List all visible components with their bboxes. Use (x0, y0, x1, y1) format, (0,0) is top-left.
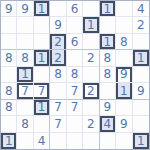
cell-r6c2[interactable]: 7 (17, 83, 33, 99)
cell-r2c1[interactable] (1, 17, 17, 33)
cell-r4c9[interactable]: 1 (133, 50, 149, 66)
cell-r7c5[interactable]: 7 (67, 100, 83, 116)
cell-r5c8[interactable]: 9 (116, 67, 132, 83)
cell-r4c5[interactable] (67, 50, 83, 66)
cell-r3c4[interactable]: 2 (50, 34, 66, 50)
cell-r4c2[interactable]: 8 (17, 50, 33, 66)
cell-r4c4[interactable]: 2 (50, 50, 66, 66)
cell-r7c8[interactable] (116, 100, 132, 116)
cell-r8c6[interactable]: 2 (83, 116, 99, 132)
cell-r6c7[interactable] (100, 83, 116, 99)
cell-r5c7[interactable]: 8 (100, 67, 116, 83)
cell-r6c8[interactable]: 1 (116, 83, 132, 99)
cell-r4c6[interactable]: 2 (83, 50, 99, 66)
cell-r1c5[interactable]: 6 (67, 1, 83, 17)
cell-r4c3[interactable]: 1 (34, 50, 50, 66)
cell-r8c2[interactable]: 8 (17, 116, 33, 132)
cell-r2c9[interactable]: 2 (133, 17, 149, 33)
cell-r3c6[interactable] (83, 34, 99, 50)
cell-r9c9[interactable]: 1 (133, 133, 149, 149)
cell-r9c3[interactable]: 4 (34, 133, 50, 149)
cell-r7c9[interactable] (133, 100, 149, 116)
cell-r5c6[interactable] (83, 67, 99, 83)
cell-r4c7[interactable]: 8 (100, 50, 116, 66)
sudoku-board: 9916149122618881228118889877721981779872… (0, 0, 150, 150)
cell-r9c6[interactable] (83, 133, 99, 149)
cell-r8c7[interactable]: 4 (100, 116, 116, 132)
cell-r1c7[interactable]: 1 (100, 1, 116, 17)
cell-r9c5[interactable] (67, 133, 83, 149)
cell-r3c5[interactable]: 6 (67, 34, 83, 50)
cell-r8c9[interactable] (133, 116, 149, 132)
cell-r7c2[interactable] (17, 100, 33, 116)
cell-r3c1[interactable] (1, 34, 17, 50)
cell-r7c1[interactable]: 8 (1, 100, 17, 116)
cell-r6c5[interactable]: 7 (67, 83, 83, 99)
cell-r6c4[interactable] (50, 83, 66, 99)
cell-r3c2[interactable] (17, 34, 33, 50)
cell-r8c1[interactable] (1, 116, 17, 132)
cell-r4c1[interactable]: 8 (1, 50, 17, 66)
cell-r5c2[interactable]: 1 (17, 67, 33, 83)
cell-r5c9[interactable] (133, 67, 149, 83)
cell-r3c9[interactable] (133, 34, 149, 50)
cell-r7c3[interactable]: 1 (34, 100, 50, 116)
cell-r3c3[interactable] (34, 34, 50, 50)
cell-r8c4[interactable]: 7 (50, 116, 66, 132)
cell-r2c7[interactable] (100, 17, 116, 33)
cell-r1c3[interactable]: 1 (34, 1, 50, 17)
cell-r2c3[interactable] (34, 17, 50, 33)
cell-r9c4[interactable] (50, 133, 66, 149)
cell-r4c8[interactable] (116, 50, 132, 66)
cell-r6c3[interactable]: 7 (34, 83, 50, 99)
cell-r3c8[interactable]: 8 (116, 34, 132, 50)
cell-r9c8[interactable] (116, 133, 132, 149)
cell-r9c2[interactable] (17, 133, 33, 149)
cell-r5c5[interactable]: 8 (67, 67, 83, 83)
cell-r1c8[interactable] (116, 1, 132, 17)
cell-r1c1[interactable]: 9 (1, 1, 17, 17)
cell-r2c5[interactable] (67, 17, 83, 33)
cell-r3c7[interactable]: 1 (100, 34, 116, 50)
cell-r6c6[interactable]: 2 (83, 83, 99, 99)
cell-r2c6[interactable]: 1 (83, 17, 99, 33)
cell-r5c1[interactable] (1, 67, 17, 83)
cell-r6c9[interactable]: 9 (133, 83, 149, 99)
cell-r8c8[interactable]: 9 (116, 116, 132, 132)
cell-r1c9[interactable]: 4 (133, 1, 149, 17)
cell-r7c7[interactable]: 9 (100, 100, 116, 116)
cell-r8c5[interactable] (67, 116, 83, 132)
cell-r7c4[interactable]: 7 (50, 100, 66, 116)
cell-r9c7[interactable] (100, 133, 116, 149)
cell-r2c2[interactable] (17, 17, 33, 33)
cell-r6c1[interactable]: 8 (1, 83, 17, 99)
cell-r2c8[interactable] (116, 17, 132, 33)
cell-r2c4[interactable]: 9 (50, 17, 66, 33)
cell-r8c3[interactable] (34, 116, 50, 132)
cell-r1c4[interactable] (50, 1, 66, 17)
cell-r1c2[interactable]: 9 (17, 1, 33, 17)
cell-r7c6[interactable] (83, 100, 99, 116)
cell-r9c1[interactable]: 1 (1, 133, 17, 149)
cell-r5c3[interactable] (34, 67, 50, 83)
cell-r1c6[interactable] (83, 1, 99, 17)
cell-r5c4[interactable]: 8 (50, 67, 66, 83)
